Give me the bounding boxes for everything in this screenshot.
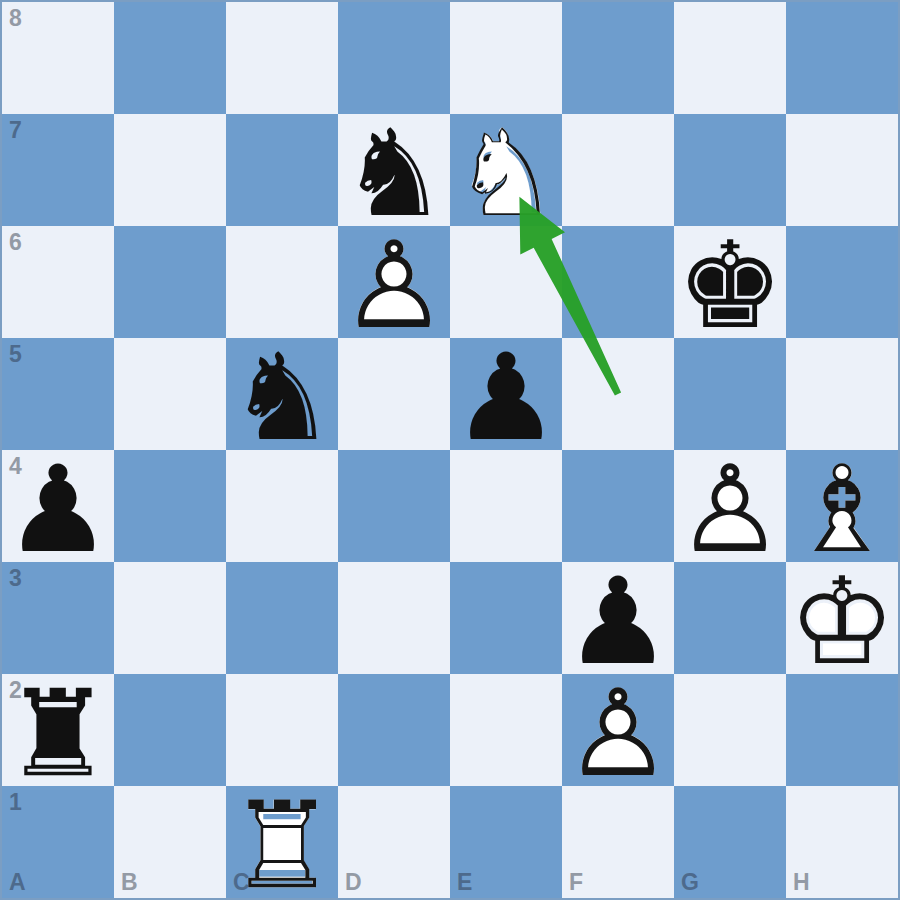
black-pawn[interactable]: ♟ [450,338,562,450]
rank-label-6: 6 [9,229,22,256]
square-e2[interactable] [450,674,562,786]
piece-outline-glyph: ♖ [226,790,338,898]
square-h7[interactable] [786,114,898,226]
square-b3[interactable] [114,562,226,674]
square-b4[interactable] [114,450,226,562]
file-label-e: E [457,869,472,896]
white-pawn[interactable]: ♟♙ [562,674,674,786]
square-g1[interactable]: G [674,786,786,898]
square-f4[interactable] [562,450,674,562]
square-d7[interactable]: ♞ [338,114,450,226]
square-e1[interactable]: E [450,786,562,898]
piece-fill-glyph: ♟ [562,566,674,674]
square-d4[interactable] [338,450,450,562]
file-label-b: B [121,869,138,896]
board-grid: 87♞♞♘6♟♙♚5♞♟4♟♟♙♝♗3♟♚♔2♜♟♙1ABC♜♖DEFGH [0,0,900,900]
square-b2[interactable] [114,674,226,786]
square-g8[interactable] [674,2,786,114]
square-d1[interactable]: D [338,786,450,898]
square-f2[interactable]: ♟♙ [562,674,674,786]
square-b5[interactable] [114,338,226,450]
white-rook[interactable]: ♜♖ [226,786,338,898]
file-label-g: G [681,869,699,896]
square-b8[interactable] [114,2,226,114]
piece-fill-glyph: ♞ [450,118,562,226]
square-d2[interactable] [338,674,450,786]
file-label-h: H [793,869,810,896]
white-bishop[interactable]: ♝♗ [786,450,898,562]
square-a2[interactable]: 2♜ [2,674,114,786]
black-pawn[interactable]: ♟ [2,450,114,562]
square-b7[interactable] [114,114,226,226]
rank-label-7: 7 [9,117,22,144]
square-c4[interactable] [226,450,338,562]
piece-outline-glyph: ♗ [786,454,898,562]
square-f3[interactable]: ♟ [562,562,674,674]
black-pawn[interactable]: ♟ [562,562,674,674]
square-b6[interactable] [114,226,226,338]
black-king[interactable]: ♚ [674,226,786,338]
square-a7[interactable]: 7 [2,114,114,226]
file-label-a: A [9,869,26,896]
square-e8[interactable] [450,2,562,114]
square-e3[interactable] [450,562,562,674]
square-g3[interactable] [674,562,786,674]
square-d5[interactable] [338,338,450,450]
square-c8[interactable] [226,2,338,114]
square-d8[interactable] [338,2,450,114]
square-c7[interactable] [226,114,338,226]
piece-fill-glyph: ♟ [674,454,786,562]
piece-fill-glyph: ♟ [450,342,562,450]
square-a8[interactable]: 8 [2,2,114,114]
piece-outline-glyph: ♙ [674,454,786,562]
white-pawn[interactable]: ♟♙ [338,226,450,338]
piece-fill-glyph: ♜ [2,678,114,786]
piece-outline-glyph: ♔ [786,566,898,674]
square-f6[interactable] [562,226,674,338]
square-c2[interactable] [226,674,338,786]
square-h5[interactable] [786,338,898,450]
black-knight[interactable]: ♞ [226,338,338,450]
chess-board: 87♞♞♘6♟♙♚5♞♟4♟♟♙♝♗3♟♚♔2♜♟♙1ABC♜♖DEFGH [0,0,900,900]
square-e7[interactable]: ♞♘ [450,114,562,226]
square-h3[interactable]: ♚♔ [786,562,898,674]
square-h4[interactable]: ♝♗ [786,450,898,562]
piece-fill-glyph: ♟ [2,454,114,562]
square-a5[interactable]: 5 [2,338,114,450]
square-h8[interactable] [786,2,898,114]
square-e4[interactable] [450,450,562,562]
piece-fill-glyph: ♝ [786,454,898,562]
square-g4[interactable]: ♟♙ [674,450,786,562]
rank-label-5: 5 [9,341,22,368]
square-g7[interactable] [674,114,786,226]
file-label-d: D [345,869,362,896]
square-a3[interactable]: 3 [2,562,114,674]
square-f1[interactable]: F [562,786,674,898]
square-a1[interactable]: 1A [2,786,114,898]
square-c1[interactable]: C♜♖ [226,786,338,898]
piece-fill-glyph: ♞ [338,118,450,226]
square-g2[interactable] [674,674,786,786]
square-e6[interactable] [450,226,562,338]
rank-label-8: 8 [9,5,22,32]
white-knight[interactable]: ♞♘ [450,114,562,226]
file-label-f: F [569,869,583,896]
white-king[interactable]: ♚♔ [786,562,898,674]
piece-fill-glyph: ♟ [338,230,450,338]
square-d3[interactable] [338,562,450,674]
piece-outline-glyph: ♘ [450,118,562,226]
rank-label-3: 3 [9,565,22,592]
square-g6[interactable]: ♚ [674,226,786,338]
piece-outline-glyph: ♙ [562,678,674,786]
square-g5[interactable] [674,338,786,450]
piece-fill-glyph: ♚ [674,230,786,338]
piece-outline-glyph: ♙ [338,230,450,338]
square-a6[interactable]: 6 [2,226,114,338]
piece-fill-glyph: ♞ [226,342,338,450]
piece-fill-glyph: ♚ [786,566,898,674]
piece-fill-glyph: ♜ [226,790,338,898]
square-c3[interactable] [226,562,338,674]
square-c6[interactable] [226,226,338,338]
square-h2[interactable] [786,674,898,786]
square-d6[interactable]: ♟♙ [338,226,450,338]
rank-label-1: 1 [9,789,22,816]
square-f7[interactable] [562,114,674,226]
white-pawn[interactable]: ♟♙ [674,450,786,562]
black-rook[interactable]: ♜ [2,674,114,786]
square-f5[interactable] [562,338,674,450]
square-a4[interactable]: 4♟ [2,450,114,562]
square-f8[interactable] [562,2,674,114]
black-knight[interactable]: ♞ [338,114,450,226]
piece-fill-glyph: ♟ [562,678,674,786]
square-h6[interactable] [786,226,898,338]
square-b1[interactable]: B [114,786,226,898]
square-c5[interactable]: ♞ [226,338,338,450]
square-h1[interactable]: H [786,786,898,898]
square-e5[interactable]: ♟ [450,338,562,450]
